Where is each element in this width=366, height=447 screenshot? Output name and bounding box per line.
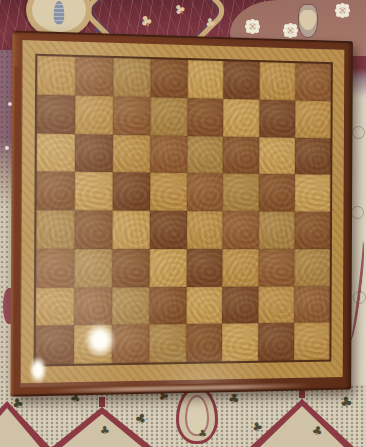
square-f7 — [223, 99, 259, 137]
square-a5 — [36, 172, 74, 211]
square-d7 — [150, 97, 187, 136]
frame-corner-seam — [13, 36, 20, 67]
ring-motif — [351, 206, 364, 219]
square-g2 — [259, 286, 295, 324]
square-h4 — [295, 212, 331, 249]
urn-motif — [299, 5, 317, 37]
fern-icon — [100, 425, 111, 437]
square-h8 — [295, 63, 331, 101]
boteh-paisley-motif — [176, 386, 218, 444]
photo-scene — [0, 0, 366, 447]
square-d1 — [149, 324, 186, 362]
square-c1 — [112, 325, 150, 364]
daisy-flower-icon — [340, 8, 345, 13]
square-g8 — [260, 62, 296, 100]
square-b5 — [75, 172, 113, 211]
square-e4 — [186, 211, 223, 249]
square-g4 — [259, 211, 295, 248]
square-f4 — [223, 211, 259, 249]
square-d2 — [149, 287, 186, 325]
square-a4 — [36, 210, 74, 249]
board-border-strip — [21, 40, 344, 383]
square-b2 — [74, 287, 112, 326]
square-h3 — [294, 249, 330, 286]
fern-icon — [11, 396, 26, 412]
arch-motif-inner — [0, 408, 40, 447]
square-a8 — [37, 56, 75, 95]
square-d4 — [149, 211, 186, 249]
square-f3 — [223, 249, 259, 287]
board-frame — [10, 30, 353, 396]
square-f5 — [223, 174, 259, 212]
square-d3 — [149, 249, 186, 287]
fern-icon — [250, 420, 264, 435]
square-d8 — [150, 59, 187, 98]
arch-finial — [99, 397, 105, 407]
square-c5 — [112, 172, 150, 210]
square-f2 — [222, 286, 258, 324]
square-c4 — [112, 211, 150, 249]
square-f1 — [222, 323, 258, 361]
ring-motif — [352, 126, 365, 139]
feather-leaf-icon — [54, 1, 65, 25]
fern-icon — [227, 391, 240, 405]
square-h1 — [294, 323, 330, 361]
glare-spot-1 — [29, 356, 47, 384]
square-e2 — [186, 286, 223, 324]
square-e7 — [187, 98, 224, 136]
square-g6 — [259, 137, 295, 175]
sprig-icon — [204, 16, 217, 30]
square-b6 — [75, 134, 113, 173]
square-a2 — [36, 287, 74, 326]
fern-icon — [339, 394, 353, 410]
square-e8 — [187, 60, 224, 99]
floret-icon — [5, 146, 9, 150]
square-e5 — [187, 173, 224, 211]
square-f8 — [224, 61, 260, 99]
square-c7 — [113, 96, 150, 135]
square-c2 — [112, 287, 150, 325]
square-b4 — [74, 210, 112, 248]
arch-motif — [250, 399, 354, 447]
square-a3 — [36, 249, 74, 288]
square-a6 — [37, 133, 75, 172]
square-g1 — [258, 323, 294, 361]
square-f6 — [223, 136, 259, 174]
fern-icon — [198, 429, 207, 439]
square-e1 — [186, 324, 223, 362]
square-d6 — [150, 135, 187, 173]
square-b3 — [74, 249, 112, 287]
square-g5 — [259, 174, 295, 212]
square-e6 — [187, 136, 224, 174]
square-h7 — [295, 100, 331, 138]
arch-motif-inner — [260, 406, 344, 447]
square-g7 — [260, 99, 296, 137]
square-e3 — [186, 249, 223, 287]
daisy-flower-icon — [288, 28, 293, 33]
square-b7 — [75, 95, 113, 134]
square-b8 — [75, 57, 113, 96]
square-g3 — [259, 249, 295, 286]
square-d5 — [150, 173, 187, 211]
fern-icon — [133, 410, 148, 426]
square-h5 — [295, 174, 331, 211]
square-h2 — [294, 286, 330, 323]
square-c3 — [112, 249, 150, 287]
square-a7 — [37, 94, 75, 133]
glare-spot-0 — [84, 322, 116, 358]
square-h6 — [295, 137, 331, 175]
chessboard — [10, 30, 353, 396]
board-grid — [34, 54, 333, 367]
daisy-flower-icon — [250, 24, 255, 29]
square-c8 — [113, 58, 150, 97]
square-c6 — [113, 134, 151, 173]
